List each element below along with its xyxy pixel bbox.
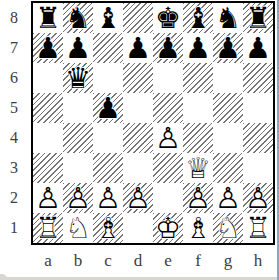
square-e7[interactable]: ♟ bbox=[153, 33, 183, 63]
square-f2[interactable]: ♟♙ bbox=[183, 183, 213, 213]
square-b2[interactable]: ♟♙ bbox=[63, 183, 93, 213]
black-pawn-g7: ♟ bbox=[213, 33, 243, 63]
square-b6[interactable]: ♛ bbox=[63, 63, 93, 93]
square-g8[interactable]: ♞ bbox=[213, 3, 243, 33]
square-g2[interactable]: ♟♙ bbox=[213, 183, 243, 213]
square-g1[interactable]: ♞♘ bbox=[213, 213, 243, 243]
piece-white-outline: ♔ bbox=[153, 213, 183, 243]
file-label-h: h bbox=[243, 249, 273, 273]
rank-label-5: 5 bbox=[5, 93, 23, 123]
square-c5[interactable]: ♟ bbox=[93, 93, 123, 123]
black-pawn-e7: ♟ bbox=[153, 33, 183, 63]
square-g7[interactable]: ♟ bbox=[213, 33, 243, 63]
square-f8[interactable]: ♝ bbox=[183, 3, 213, 33]
piece-white-outline: ♙ bbox=[213, 183, 243, 213]
square-g5[interactable] bbox=[213, 93, 243, 123]
white-pawn-e4: ♟♙ bbox=[153, 123, 183, 153]
black-bishop-c8: ♝ bbox=[93, 3, 123, 33]
square-b8[interactable]: ♞ bbox=[63, 3, 93, 33]
piece-white-outline: ♗ bbox=[183, 213, 213, 243]
piece-white-outline: ♘ bbox=[63, 213, 93, 243]
piece-white-outline: ♙ bbox=[153, 123, 183, 153]
square-f1[interactable]: ♝♗ bbox=[183, 213, 213, 243]
square-b7[interactable]: ♟ bbox=[63, 33, 93, 63]
rank-label-8: 8 bbox=[5, 3, 23, 33]
black-knight-g8: ♞ bbox=[213, 3, 243, 33]
square-h6[interactable] bbox=[243, 63, 273, 93]
square-f3[interactable]: ♛♕ bbox=[183, 153, 213, 183]
black-king-e8: ♚ bbox=[153, 3, 183, 33]
square-d7[interactable]: ♟ bbox=[123, 33, 153, 63]
white-pawn-f2: ♟♙ bbox=[183, 183, 213, 213]
rank-label-7: 7 bbox=[5, 33, 23, 63]
square-e1[interactable]: ♚♔ bbox=[153, 213, 183, 243]
square-a5[interactable] bbox=[33, 93, 63, 123]
square-f4[interactable] bbox=[183, 123, 213, 153]
square-h3[interactable] bbox=[243, 153, 273, 183]
black-pawn-h7: ♟ bbox=[243, 33, 273, 63]
rank-label-6: 6 bbox=[5, 63, 23, 93]
piece-white-outline: ♖ bbox=[33, 213, 63, 243]
square-d4[interactable] bbox=[123, 123, 153, 153]
square-a7[interactable]: ♟ bbox=[33, 33, 63, 63]
file-label-f: f bbox=[183, 249, 213, 273]
square-h4[interactable] bbox=[243, 123, 273, 153]
piece-white-outline: ♘ bbox=[213, 213, 243, 243]
square-h1[interactable]: ♜♖ bbox=[243, 213, 273, 243]
white-pawn-d2: ♟♙ bbox=[123, 183, 153, 213]
white-bishop-f1: ♝♗ bbox=[183, 213, 213, 243]
square-d3[interactable] bbox=[123, 153, 153, 183]
square-a3[interactable] bbox=[33, 153, 63, 183]
square-c4[interactable] bbox=[93, 123, 123, 153]
black-queen-b6: ♛ bbox=[63, 63, 93, 93]
square-e5[interactable] bbox=[153, 93, 183, 123]
square-h2[interactable]: ♟♙ bbox=[243, 183, 273, 213]
square-h7[interactable]: ♟ bbox=[243, 33, 273, 63]
square-c1[interactable]: ♝♗ bbox=[93, 213, 123, 243]
black-pawn-d7: ♟ bbox=[123, 33, 153, 63]
file-label-d: d bbox=[123, 249, 153, 273]
square-d5[interactable] bbox=[123, 93, 153, 123]
square-c2[interactable]: ♟♙ bbox=[93, 183, 123, 213]
black-rook-h8: ♜ bbox=[243, 3, 273, 33]
rank-label-1: 1 bbox=[5, 213, 23, 243]
square-e2[interactable] bbox=[153, 183, 183, 213]
piece-white-outline: ♙ bbox=[123, 183, 153, 213]
white-pawn-h2: ♟♙ bbox=[243, 183, 273, 213]
window-edge-right bbox=[277, 0, 279, 280]
chess-board: ♜♞♝♚♝♞♜♟♟♟♟♟♟♟♛♟♟♙♛♕♟♙♟♙♟♙♟♙♟♙♟♙♟♙♜♖♞♘♝♗… bbox=[31, 1, 275, 245]
black-pawn-c5: ♟ bbox=[93, 93, 123, 123]
black-pawn-b7: ♟ bbox=[63, 33, 93, 63]
file-label-c: c bbox=[93, 249, 123, 273]
square-b4[interactable] bbox=[63, 123, 93, 153]
rank-label-3: 3 bbox=[5, 153, 23, 183]
white-pawn-b2: ♟♙ bbox=[63, 183, 93, 213]
piece-white-outline: ♙ bbox=[63, 183, 93, 213]
rank-label-2: 2 bbox=[5, 183, 23, 213]
piece-white-outline: ♕ bbox=[183, 153, 213, 183]
white-pawn-a2: ♟♙ bbox=[33, 183, 63, 213]
window-corner bbox=[0, 274, 7, 280]
square-g3[interactable] bbox=[213, 153, 243, 183]
square-h8[interactable]: ♜ bbox=[243, 3, 273, 33]
piece-white-outline: ♗ bbox=[93, 213, 123, 243]
file-label-b: b bbox=[63, 249, 93, 273]
square-f7[interactable]: ♟ bbox=[183, 33, 213, 63]
file-label-e: e bbox=[153, 249, 183, 273]
square-e8[interactable]: ♚ bbox=[153, 3, 183, 33]
piece-white-outline: ♙ bbox=[33, 183, 63, 213]
square-g4[interactable] bbox=[213, 123, 243, 153]
square-d6[interactable] bbox=[123, 63, 153, 93]
black-knight-b8: ♞ bbox=[63, 3, 93, 33]
square-h5[interactable] bbox=[243, 93, 273, 123]
black-pawn-f7: ♟ bbox=[183, 33, 213, 63]
square-d2[interactable]: ♟♙ bbox=[123, 183, 153, 213]
rank-label-4: 4 bbox=[5, 123, 23, 153]
square-e4[interactable]: ♟♙ bbox=[153, 123, 183, 153]
square-d8[interactable] bbox=[123, 3, 153, 33]
square-f6[interactable] bbox=[183, 63, 213, 93]
square-b3[interactable] bbox=[63, 153, 93, 183]
square-a6[interactable] bbox=[33, 63, 63, 93]
white-knight-g1: ♞♘ bbox=[213, 213, 243, 243]
square-a8[interactable]: ♜ bbox=[33, 3, 63, 33]
piece-white-outline: ♙ bbox=[93, 183, 123, 213]
white-bishop-c1: ♝♗ bbox=[93, 213, 123, 243]
square-c8[interactable]: ♝ bbox=[93, 3, 123, 33]
square-g6[interactable] bbox=[213, 63, 243, 93]
white-rook-a1: ♜♖ bbox=[33, 213, 63, 243]
rank-labels: 87654321 bbox=[5, 3, 23, 243]
piece-white-outline: ♙ bbox=[243, 183, 273, 213]
piece-white-outline: ♙ bbox=[183, 183, 213, 213]
square-e3[interactable] bbox=[153, 153, 183, 183]
black-pawn-a7: ♟ bbox=[33, 33, 63, 63]
chess-diagram: 87654321 ♜♞♝♚♝♞♜♟♟♟♟♟♟♟♛♟♟♙♛♕♟♙♟♙♟♙♟♙♟♙♟… bbox=[0, 0, 279, 280]
piece-white-outline: ♖ bbox=[243, 213, 273, 243]
white-pawn-c2: ♟♙ bbox=[93, 183, 123, 213]
square-c3[interactable] bbox=[93, 153, 123, 183]
square-f5[interactable] bbox=[183, 93, 213, 123]
file-label-g: g bbox=[213, 249, 243, 273]
white-pawn-g2: ♟♙ bbox=[213, 183, 243, 213]
square-a2[interactable]: ♟♙ bbox=[33, 183, 63, 213]
black-rook-a8: ♜ bbox=[33, 3, 63, 33]
square-b1[interactable]: ♞♘ bbox=[63, 213, 93, 243]
white-king-e1: ♚♔ bbox=[153, 213, 183, 243]
black-bishop-f8: ♝ bbox=[183, 3, 213, 33]
square-a1[interactable]: ♜♖ bbox=[33, 213, 63, 243]
white-knight-b1: ♞♘ bbox=[63, 213, 93, 243]
square-c6[interactable] bbox=[93, 63, 123, 93]
white-rook-h1: ♜♖ bbox=[243, 213, 273, 243]
file-labels: abcdefgh bbox=[33, 249, 273, 273]
white-queen-f3: ♛♕ bbox=[183, 153, 213, 183]
file-label-a: a bbox=[33, 249, 63, 273]
square-c7[interactable] bbox=[93, 33, 123, 63]
square-d1[interactable] bbox=[123, 213, 153, 243]
square-b5[interactable] bbox=[63, 93, 93, 123]
square-a4[interactable] bbox=[33, 123, 63, 153]
square-e6[interactable] bbox=[153, 63, 183, 93]
